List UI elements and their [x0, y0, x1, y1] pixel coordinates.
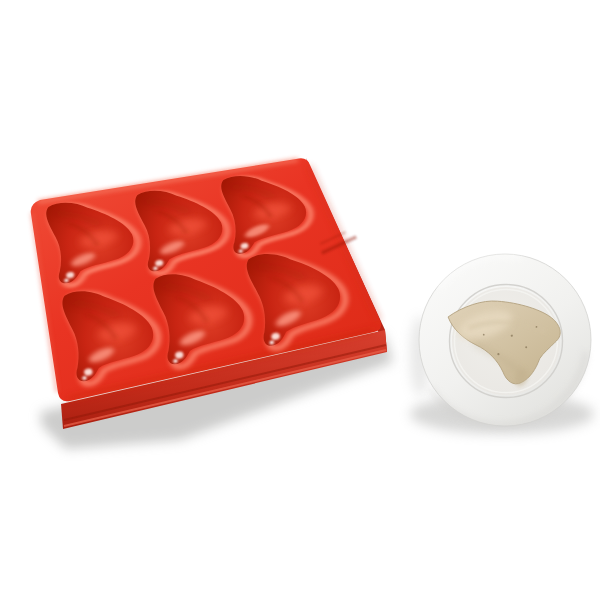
- plate: [410, 254, 594, 434]
- mold-tray: [31, 158, 393, 449]
- product-photo: [0, 0, 600, 600]
- scene-canvas: [0, 0, 600, 600]
